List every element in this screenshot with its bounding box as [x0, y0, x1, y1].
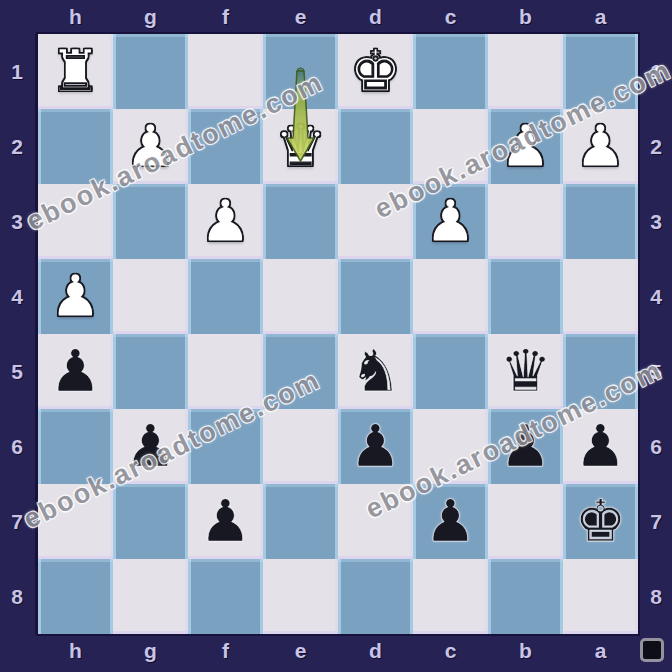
square-c2[interactable]: [413, 109, 488, 184]
square-g8[interactable]: [113, 559, 188, 634]
rank-label-left-8: 8: [11, 585, 23, 609]
file-label-bottom-h: h: [69, 639, 82, 663]
file-label-top-a: a: [595, 5, 607, 29]
square-f5[interactable]: [188, 334, 263, 409]
black-knight-d5: ♞: [338, 334, 413, 409]
square-d3[interactable]: [338, 184, 413, 259]
square-g6[interactable]: ♟: [113, 409, 188, 484]
square-c8[interactable]: [413, 559, 488, 634]
square-e5[interactable]: [263, 334, 338, 409]
rank-label-right-3: 3: [650, 210, 662, 234]
white-pawn-h4: ♟: [38, 259, 113, 334]
rank-label-left-5: 5: [11, 360, 23, 384]
square-h1[interactable]: ♜: [38, 34, 113, 109]
square-b3[interactable]: [488, 184, 563, 259]
square-d5[interactable]: ♞: [338, 334, 413, 409]
logo-mark-icon: [640, 638, 664, 662]
square-b5[interactable]: ♛: [488, 334, 563, 409]
black-pawn-c7: ♟: [413, 484, 488, 559]
black-pawn-g6: ♟: [113, 409, 188, 484]
file-label-top-f: f: [222, 5, 229, 29]
file-label-top-c: c: [445, 5, 457, 29]
square-h8[interactable]: [38, 559, 113, 634]
square-b8[interactable]: [488, 559, 563, 634]
square-c7[interactable]: ♟: [413, 484, 488, 559]
square-a3[interactable]: [563, 184, 638, 259]
rank-label-right-7: 7: [650, 510, 662, 534]
black-pawn-h5: ♟: [38, 334, 113, 409]
file-label-bottom-g: g: [144, 639, 157, 663]
square-g5[interactable]: [113, 334, 188, 409]
square-c4[interactable]: [413, 259, 488, 334]
square-g3[interactable]: [113, 184, 188, 259]
square-d4[interactable]: [338, 259, 413, 334]
square-a4[interactable]: [563, 259, 638, 334]
square-f7[interactable]: ♟: [188, 484, 263, 559]
square-h2[interactable]: [38, 109, 113, 184]
square-e2[interactable]: ♛: [263, 109, 338, 184]
file-label-bottom-a: a: [595, 639, 607, 663]
file-label-bottom-f: f: [222, 639, 229, 663]
square-f6[interactable]: [188, 409, 263, 484]
white-pawn-b2: ♟: [488, 109, 563, 184]
square-h4[interactable]: ♟: [38, 259, 113, 334]
square-h7[interactable]: [38, 484, 113, 559]
square-b4[interactable]: [488, 259, 563, 334]
square-h6[interactable]: [38, 409, 113, 484]
square-a5[interactable]: [563, 334, 638, 409]
square-g1[interactable]: [113, 34, 188, 109]
square-e6[interactable]: [263, 409, 338, 484]
square-f2[interactable]: [188, 109, 263, 184]
chess-diagram: ♜♚♟♛♟♟♟♟♟♟♞♛♟♟♟♟♟♟♚ hhggffeeddccbbaa1122…: [0, 0, 672, 672]
square-f1[interactable]: [188, 34, 263, 109]
square-c5[interactable]: [413, 334, 488, 409]
file-label-bottom-d: d: [369, 639, 382, 663]
square-e4[interactable]: [263, 259, 338, 334]
square-h3[interactable]: [38, 184, 113, 259]
file-label-bottom-e: e: [295, 639, 307, 663]
file-label-top-g: g: [144, 5, 157, 29]
square-f4[interactable]: [188, 259, 263, 334]
square-e7[interactable]: [263, 484, 338, 559]
square-a8[interactable]: [563, 559, 638, 634]
file-label-top-b: b: [519, 5, 532, 29]
file-label-bottom-c: c: [445, 639, 457, 663]
square-g2[interactable]: ♟: [113, 109, 188, 184]
square-b6[interactable]: ♟: [488, 409, 563, 484]
square-c6[interactable]: [413, 409, 488, 484]
square-h5[interactable]: ♟: [38, 334, 113, 409]
white-rook-h1: ♜: [38, 34, 113, 109]
square-e3[interactable]: [263, 184, 338, 259]
square-d1[interactable]: ♚: [338, 34, 413, 109]
square-c3[interactable]: ♟: [413, 184, 488, 259]
black-queen-b5: ♛: [488, 334, 563, 409]
square-c1[interactable]: [413, 34, 488, 109]
rank-label-left-3: 3: [11, 210, 23, 234]
rank-label-left-2: 2: [11, 135, 23, 159]
square-f8[interactable]: [188, 559, 263, 634]
white-pawn-g2: ♟: [113, 109, 188, 184]
black-pawn-a6: ♟: [563, 409, 638, 484]
rank-label-left-7: 7: [11, 510, 23, 534]
square-d7[interactable]: [338, 484, 413, 559]
file-label-top-d: d: [369, 5, 382, 29]
black-pawn-f7: ♟: [188, 484, 263, 559]
rank-label-right-6: 6: [650, 435, 662, 459]
square-e1[interactable]: [263, 34, 338, 109]
square-a1[interactable]: [563, 34, 638, 109]
rank-label-left-4: 4: [11, 285, 23, 309]
rank-label-right-1: 1: [650, 60, 662, 84]
white-king-d1: ♚: [338, 34, 413, 109]
black-king-a7: ♚: [563, 484, 638, 559]
square-e8[interactable]: [263, 559, 338, 634]
white-pawn-c3: ♟: [413, 184, 488, 259]
rank-label-right-4: 4: [650, 285, 662, 309]
rank-label-left-6: 6: [11, 435, 23, 459]
file-label-top-h: h: [69, 5, 82, 29]
file-label-bottom-b: b: [519, 639, 532, 663]
square-a7[interactable]: ♚: [563, 484, 638, 559]
white-pawn-a2: ♟: [563, 109, 638, 184]
square-b1[interactable]: [488, 34, 563, 109]
chess-board: ♜♚♟♛♟♟♟♟♟♟♞♛♟♟♟♟♟♟♚: [38, 34, 638, 634]
square-f3[interactable]: ♟: [188, 184, 263, 259]
rank-label-right-2: 2: [650, 135, 662, 159]
square-b2[interactable]: ♟: [488, 109, 563, 184]
square-g4[interactable]: [113, 259, 188, 334]
black-pawn-d6: ♟: [338, 409, 413, 484]
white-queen-e2: ♛: [263, 109, 338, 184]
square-d2[interactable]: [338, 109, 413, 184]
square-a6[interactable]: ♟: [563, 409, 638, 484]
square-d8[interactable]: [338, 559, 413, 634]
square-g7[interactable]: [113, 484, 188, 559]
white-pawn-f3: ♟: [188, 184, 263, 259]
rank-label-left-1: 1: [11, 60, 23, 84]
rank-label-right-8: 8: [650, 585, 662, 609]
black-pawn-b6: ♟: [488, 409, 563, 484]
rank-label-right-5: 5: [650, 360, 662, 384]
square-b7[interactable]: [488, 484, 563, 559]
square-a2[interactable]: ♟: [563, 109, 638, 184]
file-label-top-e: e: [295, 5, 307, 29]
square-d6[interactable]: ♟: [338, 409, 413, 484]
